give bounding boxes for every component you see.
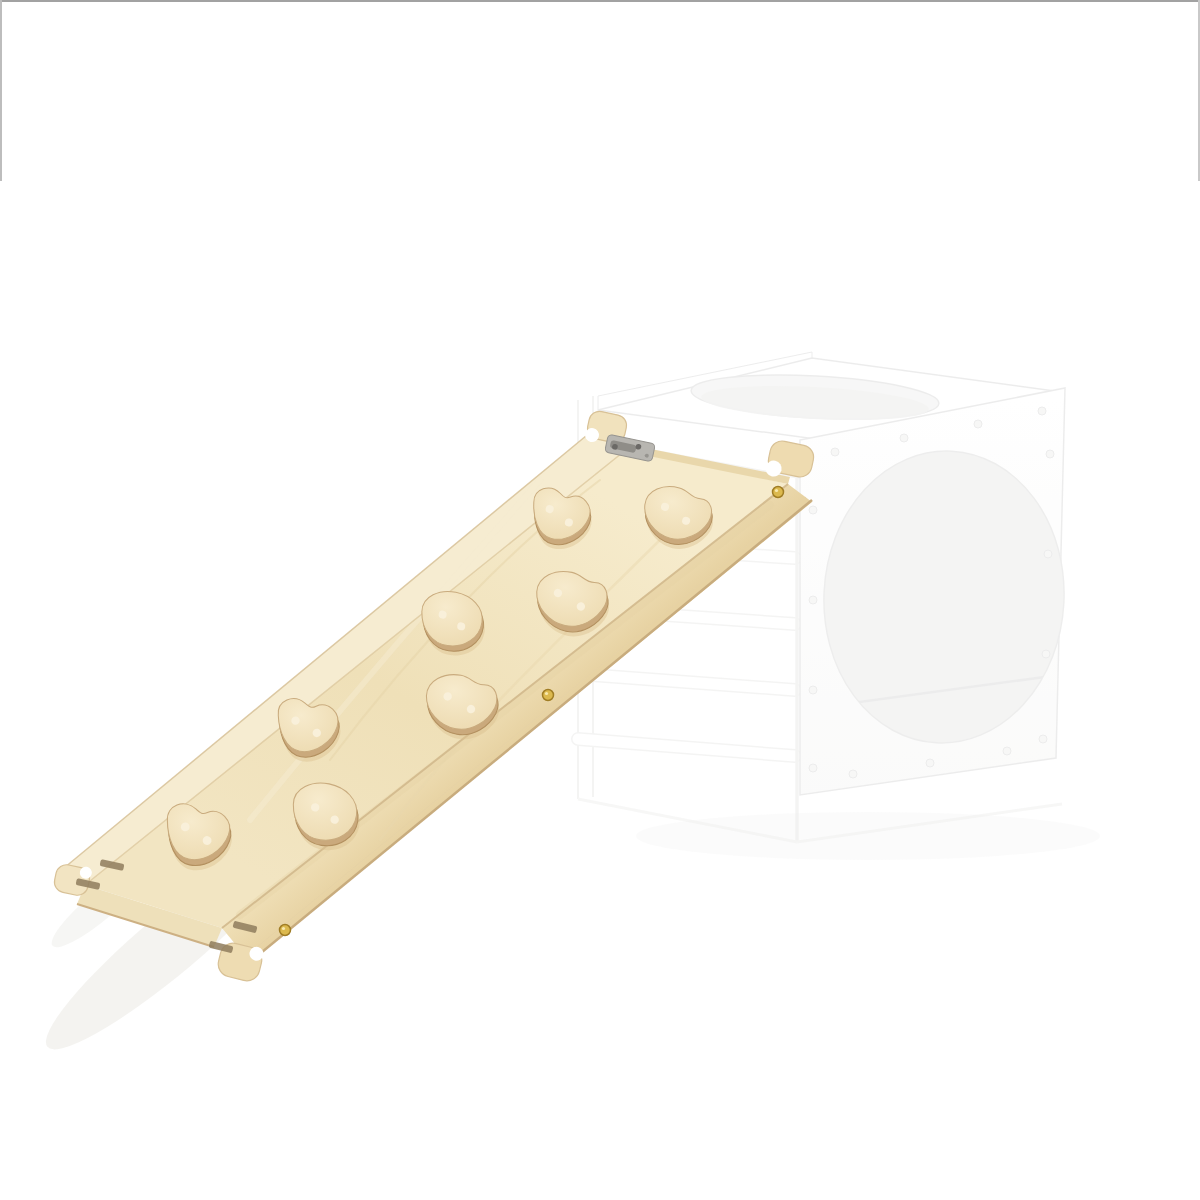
brass-screw-highlight xyxy=(282,927,285,930)
image-frame-left-border xyxy=(0,0,2,181)
brass-screw-highlight xyxy=(775,489,778,492)
product-photo-climbing-ramp-and-play-cube xyxy=(0,0,1200,1200)
cube-screw-dot xyxy=(1044,550,1052,558)
cube-screw-dot xyxy=(809,506,817,514)
cube-screw-dot xyxy=(974,420,982,428)
climbing-ramp xyxy=(52,409,815,983)
cube-screw-dot xyxy=(1046,450,1054,458)
cube-screw-dot xyxy=(1042,650,1050,658)
cube-screw-dot xyxy=(1039,735,1047,743)
brass-screw xyxy=(773,487,784,498)
cube-screw-dot xyxy=(926,759,934,767)
cube-screw-dot xyxy=(1038,407,1046,415)
cube-screw-dot xyxy=(809,596,817,604)
scene-svg xyxy=(0,0,1200,1200)
cube-screw-dot xyxy=(900,434,908,442)
brass-screw-highlight xyxy=(545,692,548,695)
brass-screw xyxy=(543,690,554,701)
brass-screw xyxy=(280,925,291,936)
cube-screw-dot xyxy=(831,448,839,456)
cube-screw-dot xyxy=(1003,747,1011,755)
cube-screw-dot xyxy=(809,686,817,694)
image-frame-top-border xyxy=(0,0,1200,2)
cube-screw-dot xyxy=(849,770,857,778)
soft-shadow xyxy=(636,812,1100,860)
cube-screw-dot xyxy=(809,764,817,772)
